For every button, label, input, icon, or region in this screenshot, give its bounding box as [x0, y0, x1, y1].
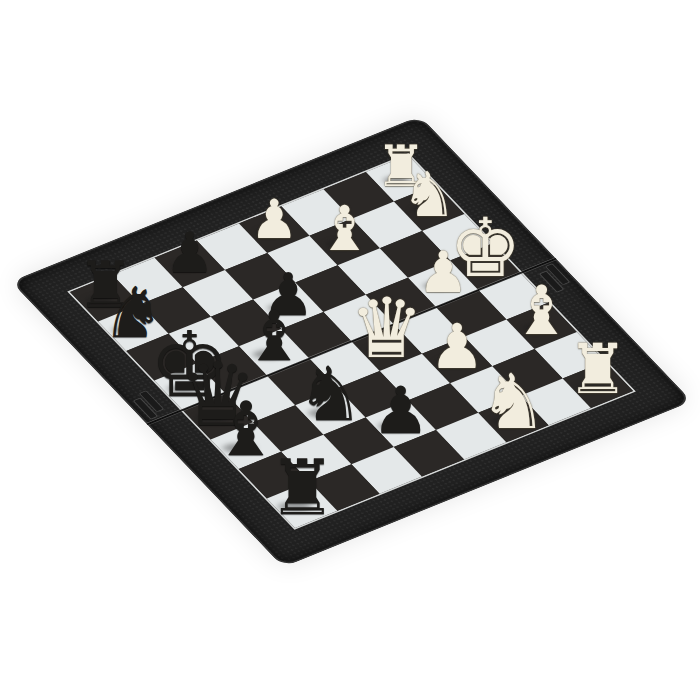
piece-white-rook-a1[interactable]: ♜ [598, 392, 660, 461]
bishop-icon: ♝ [317, 198, 373, 260]
pawn-icon: ♟ [372, 378, 430, 443]
rook-icon: ♜ [567, 335, 629, 404]
rook-icon: ♜ [268, 449, 336, 525]
pawn-icon: ♟ [165, 225, 215, 281]
pawn-icon: ♟ [429, 316, 485, 378]
bishop-icon: ♝ [511, 277, 572, 345]
pawn-icon: ♟ [418, 244, 469, 301]
knight-icon: ♞ [297, 357, 364, 432]
product-photo-scene: Magnetic folding travel chess set, overh… [0, 0, 700, 700]
knight-icon: ♞ [479, 364, 547, 440]
pawn-icon: ♟ [250, 192, 298, 246]
piece-black-pawn-b5[interactable]: ♟ [401, 431, 459, 496]
piece-white-knight-a3[interactable]: ♞ [513, 426, 581, 502]
piece-black-rook-a8[interactable]: ♜ [302, 512, 370, 588]
